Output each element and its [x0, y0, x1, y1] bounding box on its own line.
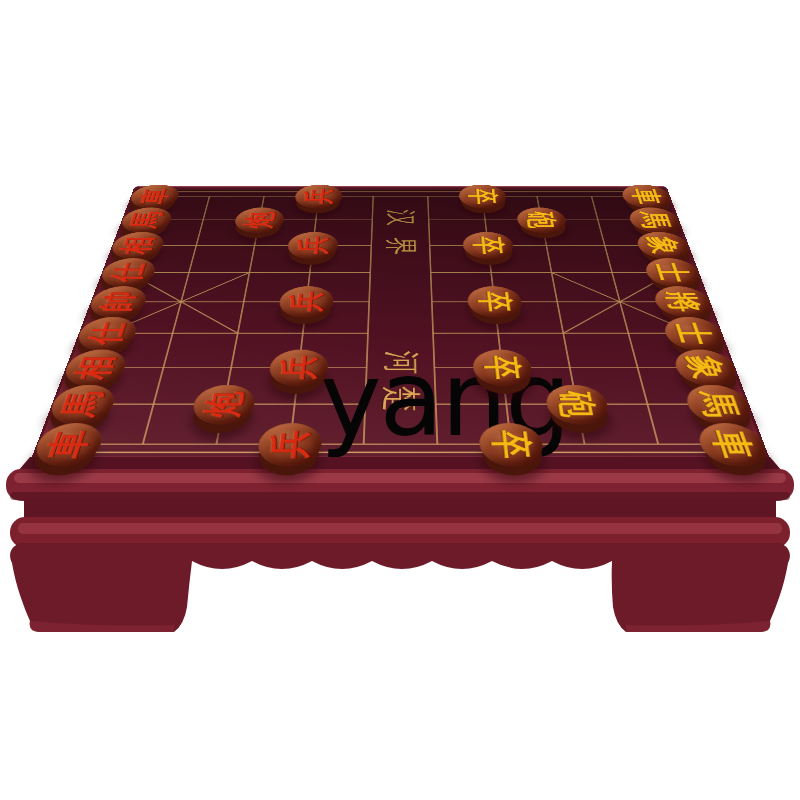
apron: [24, 498, 776, 520]
piece-character: 帥: [97, 292, 139, 312]
piece-character: 相: [72, 355, 118, 379]
piece-character: 仕: [108, 263, 148, 282]
piece-black-士-c10r6[interactable]: 士: [661, 317, 728, 351]
pieces-grid: 車馬相仕帥仕相馬車炮炮兵兵兵兵兵卒卒卒卒卒砲砲車馬象士將士象馬車: [24, 185, 777, 466]
piece-character: 仕: [85, 322, 129, 344]
piece-character: 兵: [278, 355, 319, 379]
piece-red-兵-c4r1[interactable]: 兵: [294, 185, 343, 209]
piece-red-馬-c1r8[interactable]: 馬: [45, 385, 119, 425]
piece-character: 馬: [636, 212, 673, 229]
piece-black-馬-c10r8[interactable]: 馬: [682, 385, 756, 425]
piece-red-兵-c4r9[interactable]: 兵: [255, 423, 323, 466]
piece-character: 兵: [267, 430, 311, 458]
piece-black-將-c10r5[interactable]: 將: [651, 286, 715, 317]
piece-black-砲-c8r2[interactable]: 砲: [515, 208, 568, 233]
piece-character: 馬: [128, 212, 165, 229]
piece-character: 卒: [482, 355, 523, 379]
piece-character: 象: [682, 355, 728, 379]
piece-character: 炮: [202, 391, 246, 417]
piece-character: 砲: [524, 212, 559, 229]
piece-character: 兵: [295, 237, 330, 255]
piece-character: 車: [43, 430, 94, 458]
piece-character: 卒: [489, 430, 533, 458]
piece-character: 車: [628, 189, 664, 205]
piece-red-車-c1r9[interactable]: 車: [29, 423, 107, 466]
piece-red-兵-c4r5[interactable]: 兵: [277, 286, 334, 317]
piece-character: 將: [662, 292, 704, 312]
piece-red-車-c1r1[interactable]: 車: [127, 185, 182, 209]
piece-red-仕-c1r4[interactable]: 仕: [97, 258, 159, 287]
piece-character: 卒: [466, 189, 498, 205]
piece-character: 士: [672, 322, 716, 344]
piece-character: 兵: [302, 189, 334, 205]
piece-red-仕-c1r6[interactable]: 仕: [73, 317, 140, 351]
table-base: [0, 455, 800, 685]
piece-red-兵-c4r7[interactable]: 兵: [267, 349, 329, 385]
piece-black-車-c10r9[interactable]: 車: [694, 423, 772, 466]
piece-black-象-c10r7[interactable]: 象: [671, 349, 741, 385]
piece-character: 馬: [58, 391, 106, 417]
piece-character: 馬: [694, 391, 742, 417]
lower-rail-highlight: [18, 523, 782, 534]
piece-black-卒-c7r5[interactable]: 卒: [467, 286, 524, 317]
piece-character: 相: [118, 237, 157, 255]
piece-character: 象: [644, 237, 683, 255]
piece-character: 炮: [242, 212, 277, 229]
skirt-and-legs: [10, 543, 790, 632]
piece-character: 兵: [288, 292, 325, 312]
piece-black-砲-c8r8[interactable]: 砲: [544, 385, 612, 425]
piece-black-卒-c7r7[interactable]: 卒: [472, 349, 534, 385]
piece-character: 卒: [471, 237, 506, 255]
piece-red-炮-c3r2[interactable]: 炮: [233, 208, 286, 233]
piece-black-卒-c7r9[interactable]: 卒: [478, 423, 546, 466]
piece-character: 士: [652, 263, 692, 282]
piece-character: 砲: [555, 391, 599, 417]
piece-red-兵-c4r3[interactable]: 兵: [286, 232, 339, 259]
piece-black-象-c10r3[interactable]: 象: [634, 232, 693, 259]
piece-black-卒-c7r3[interactable]: 卒: [462, 232, 515, 259]
piece-black-士-c10r4[interactable]: 士: [642, 258, 704, 287]
piece-red-馬-c1r2[interactable]: 馬: [118, 208, 175, 233]
piece-character: 車: [707, 430, 758, 458]
piece-black-卒-c7r1[interactable]: 卒: [458, 185, 507, 209]
product-photo-scene: 汉 界 河 楚 yang 車馬相仕帥仕相馬車炮炮兵兵兵兵兵卒卒卒卒卒砲砲車馬象士…: [0, 0, 800, 800]
piece-red-相-c1r7[interactable]: 相: [60, 349, 130, 385]
piece-character: 車: [137, 189, 173, 205]
piece-red-相-c1r3[interactable]: 相: [108, 232, 167, 259]
pieces-layer: 車馬相仕帥仕相馬車炮炮兵兵兵兵兵卒卒卒卒卒砲砲車馬象士將士象馬車: [33, 187, 768, 462]
piece-character: 卒: [476, 292, 513, 312]
piece-red-炮-c3r8[interactable]: 炮: [190, 385, 258, 425]
piece-black-車-c10r1[interactable]: 車: [619, 185, 674, 209]
piece-red-帥-c1r5[interactable]: 帥: [86, 286, 150, 317]
piece-black-馬-c10r2[interactable]: 馬: [626, 208, 683, 233]
bullnose-highlight: [14, 473, 786, 483]
